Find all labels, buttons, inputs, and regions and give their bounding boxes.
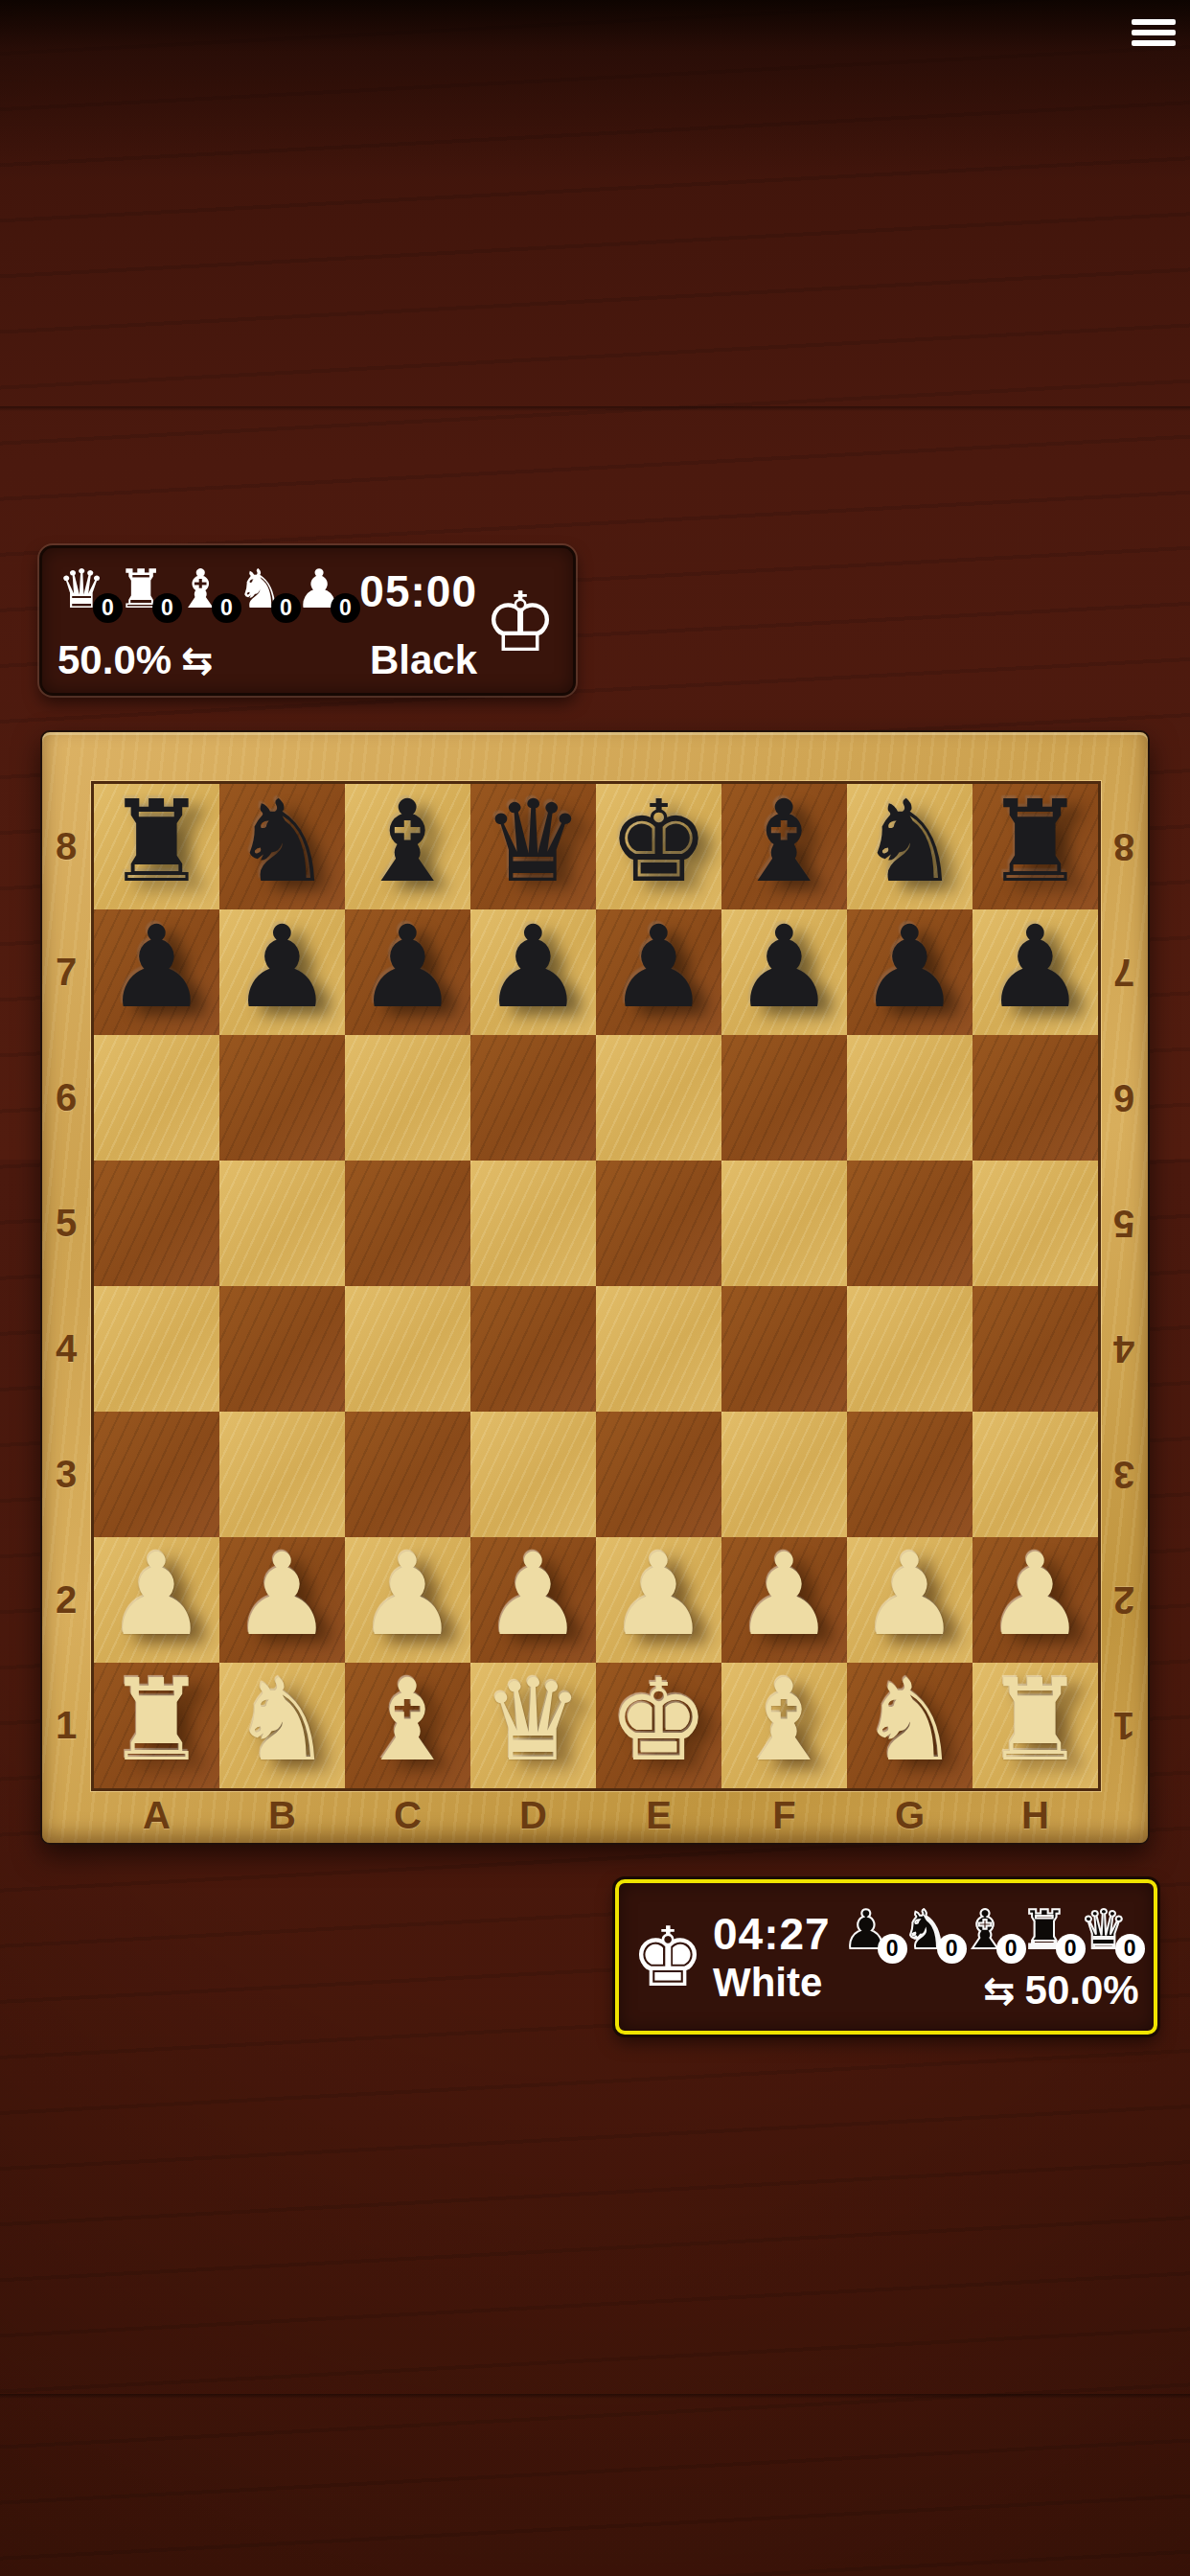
square-g6[interactable]	[847, 1035, 973, 1161]
square-e7[interactable]: ♟	[596, 909, 721, 1035]
white-rook[interactable]: ♜	[106, 1664, 208, 1777]
black-pawn[interactable]: ♟	[232, 910, 333, 1023]
square-d6[interactable]	[470, 1035, 596, 1161]
white-pawn[interactable]: ♟	[985, 1538, 1087, 1651]
square-c2[interactable]: ♟	[345, 1537, 470, 1663]
menu-button[interactable]	[1129, 11, 1179, 54]
coordinate-label: 5	[42, 1161, 90, 1286]
square-e3[interactable]	[596, 1412, 721, 1537]
square-f8[interactable]: ♝	[721, 784, 847, 909]
coordinate-label: 1	[42, 1663, 90, 1788]
square-c8[interactable]: ♝	[345, 784, 470, 909]
square-a2[interactable]: ♟	[94, 1537, 219, 1663]
white-bishop[interactable]: ♝	[734, 1664, 835, 1777]
square-b5[interactable]	[219, 1161, 345, 1286]
square-g7[interactable]: ♟	[847, 909, 973, 1035]
board-squares: ♜♞♝♛♚♝♞♜♟♟♟♟♟♟♟♟♟♟♟♟♟♟♟♟♜♞♝♛♚♝♞♜	[91, 781, 1101, 1791]
black-clock: 05:00	[359, 565, 477, 617]
black-rook[interactable]: ♜	[985, 785, 1087, 898]
square-g4[interactable]	[847, 1286, 973, 1412]
coordinate-label: 6	[42, 1035, 90, 1161]
black-pawn[interactable]: ♟	[608, 910, 710, 1023]
coordinate-label: E	[596, 1787, 721, 1843]
square-b8[interactable]: ♞	[219, 784, 345, 909]
black-pawn[interactable]: ♟	[734, 910, 835, 1023]
white-queen[interactable]: ♛	[483, 1664, 584, 1777]
coordinate-label: 6	[1100, 1035, 1148, 1161]
square-f2[interactable]: ♟	[721, 1537, 847, 1663]
coordinate-label: A	[94, 1787, 219, 1843]
square-g1[interactable]: ♞	[847, 1663, 973, 1788]
square-a3[interactable]	[94, 1412, 219, 1537]
black-pawn[interactable]: ♟	[483, 910, 584, 1023]
square-a7[interactable]: ♟	[94, 909, 219, 1035]
square-b7[interactable]: ♟	[219, 909, 345, 1035]
square-a1[interactable]: ♜	[94, 1663, 219, 1788]
square-d5[interactable]	[470, 1161, 596, 1286]
square-g8[interactable]: ♞	[847, 784, 973, 909]
white-captured-row: ♟0♞0♝0♜0♛0	[842, 1900, 1139, 1964]
captured-pawn-counter: ♟0	[295, 560, 349, 623]
white-knight[interactable]: ♞	[859, 1664, 961, 1777]
square-f5[interactable]	[721, 1161, 847, 1286]
square-g2[interactable]: ♟	[847, 1537, 973, 1663]
black-pawn[interactable]: ♟	[859, 910, 961, 1023]
square-f4[interactable]	[721, 1286, 847, 1412]
white-king[interactable]: ♚	[608, 1664, 710, 1777]
captured-count-badge: 0	[1115, 1934, 1145, 1964]
rank-labels-left: 87654321	[42, 784, 90, 1788]
white-king-icon: ♚	[634, 1909, 701, 2005]
chess-board: 87654321 87654321 ABCDEFGH ♜♞♝♛♚♝♞♜♟♟♟♟♟…	[40, 730, 1150, 1845]
square-e5[interactable]	[596, 1161, 721, 1286]
coordinate-label: 4	[42, 1286, 90, 1412]
swap-arrows-icon: ⇆	[181, 641, 214, 679]
coordinate-label: 8	[1100, 784, 1148, 909]
white-knight[interactable]: ♞	[232, 1664, 333, 1777]
black-pawn[interactable]: ♟	[985, 910, 1087, 1023]
coordinate-label: B	[219, 1787, 345, 1843]
coordinate-label: 8	[42, 784, 90, 909]
file-labels-bottom: ABCDEFGH	[94, 1787, 1098, 1843]
white-player-panel: ♚ 04:27 White ♟0♞0♝0♜0♛0 ⇆ 50.0%	[615, 1879, 1157, 2035]
coordinate-label: 3	[1100, 1412, 1148, 1537]
square-h4[interactable]	[973, 1286, 1098, 1412]
white-clock: 04:27	[713, 1908, 831, 1960]
wood-plank-line	[0, 2394, 1190, 2399]
square-h5[interactable]	[973, 1161, 1098, 1286]
square-e8[interactable]: ♚	[596, 784, 721, 909]
coordinate-label: 2	[1100, 1537, 1148, 1663]
white-pawn[interactable]: ♟	[483, 1538, 584, 1651]
white-player-name: White	[713, 1960, 831, 2006]
captured-queen-counter: ♛0	[57, 560, 111, 623]
square-f1[interactable]: ♝	[721, 1663, 847, 1788]
square-h1[interactable]: ♜	[973, 1663, 1098, 1788]
square-h2[interactable]: ♟	[973, 1537, 1098, 1663]
square-b2[interactable]: ♟	[219, 1537, 345, 1663]
hamburger-icon	[1132, 30, 1176, 35]
captured-bishop-counter: ♝0	[176, 560, 230, 623]
square-b1[interactable]: ♞	[219, 1663, 345, 1788]
black-knight[interactable]: ♞	[859, 785, 961, 898]
black-win-percent: 50.0%	[57, 637, 172, 683]
square-f7[interactable]: ♟	[721, 909, 847, 1035]
square-h7[interactable]: ♟	[973, 909, 1098, 1035]
coordinate-label: 5	[1100, 1161, 1148, 1286]
square-e6[interactable]	[596, 1035, 721, 1161]
white-pawn[interactable]: ♟	[106, 1538, 208, 1651]
white-win-percent: 50.0%	[1025, 1967, 1139, 2013]
black-pawn[interactable]: ♟	[106, 910, 208, 1023]
swap-arrows-icon: ⇆	[983, 1971, 1016, 2010]
square-c7[interactable]: ♟	[345, 909, 470, 1035]
square-b6[interactable]	[219, 1035, 345, 1161]
square-e4[interactable]	[596, 1286, 721, 1412]
coordinate-label: 2	[42, 1537, 90, 1663]
square-c5[interactable]	[345, 1161, 470, 1286]
coordinate-label: 3	[42, 1412, 90, 1537]
square-e1[interactable]: ♚	[596, 1663, 721, 1788]
black-player-panel: ♛0♜0♝0♞0♟0 05:00 50.0% ⇆ Black ♔	[39, 545, 576, 696]
black-pawn[interactable]: ♟	[357, 910, 459, 1023]
coordinate-label: H	[973, 1787, 1098, 1843]
black-queen[interactable]: ♛	[483, 785, 584, 898]
square-b3[interactable]	[219, 1412, 345, 1537]
coordinate-label: C	[345, 1787, 470, 1843]
square-h6[interactable]	[973, 1035, 1098, 1161]
square-a5[interactable]	[94, 1161, 219, 1286]
square-a4[interactable]	[94, 1286, 219, 1412]
black-rook[interactable]: ♜	[106, 785, 208, 898]
black-bishop[interactable]: ♝	[734, 785, 835, 898]
captured-rook-counter: ♜0	[1020, 1900, 1074, 1964]
square-h8[interactable]: ♜	[973, 784, 1098, 909]
white-pawn[interactable]: ♟	[357, 1538, 459, 1651]
black-bishop[interactable]: ♝	[357, 785, 459, 898]
square-d1[interactable]: ♛	[470, 1663, 596, 1788]
captured-knight-counter: ♞0	[236, 560, 289, 623]
captured-queen-counter: ♛0	[1080, 1900, 1133, 1964]
coordinate-label: D	[470, 1787, 596, 1843]
square-f3[interactable]	[721, 1412, 847, 1537]
square-c6[interactable]	[345, 1035, 470, 1161]
square-d2[interactable]: ♟	[470, 1537, 596, 1663]
black-captured-row: ♛0♜0♝0♞0♟0 05:00	[57, 560, 477, 623]
white-pawn[interactable]: ♟	[608, 1538, 710, 1651]
square-a8[interactable]: ♜	[94, 784, 219, 909]
coordinate-label: 4	[1100, 1286, 1148, 1412]
captured-count-badge: 0	[331, 593, 360, 623]
hamburger-icon	[1132, 19, 1176, 25]
coordinate-label: 7	[42, 909, 90, 1035]
captured-rook-counter: ♜0	[117, 560, 171, 623]
white-rook[interactable]: ♜	[985, 1664, 1087, 1777]
square-e2[interactable]: ♟	[596, 1537, 721, 1663]
square-d7[interactable]: ♟	[470, 909, 596, 1035]
white-pawn[interactable]: ♟	[859, 1538, 961, 1651]
hamburger-icon	[1132, 40, 1176, 46]
captured-knight-counter: ♞0	[902, 1900, 955, 1964]
black-king-icon: ♔	[483, 560, 558, 683]
square-c1[interactable]: ♝	[345, 1663, 470, 1788]
white-bishop[interactable]: ♝	[357, 1664, 459, 1777]
square-b4[interactable]	[219, 1286, 345, 1412]
square-g3[interactable]	[847, 1412, 973, 1537]
wood-plank-line	[0, 406, 1190, 411]
captured-pawn-counter: ♟0	[842, 1900, 896, 1964]
square-h3[interactable]	[973, 1412, 1098, 1537]
square-f6[interactable]	[721, 1035, 847, 1161]
square-d3[interactable]	[470, 1412, 596, 1537]
white-pawn[interactable]: ♟	[734, 1538, 835, 1651]
white-pawn[interactable]: ♟	[232, 1538, 333, 1651]
black-knight[interactable]: ♞	[232, 785, 333, 898]
square-g5[interactable]	[847, 1161, 973, 1286]
square-d4[interactable]	[470, 1286, 596, 1412]
square-c4[interactable]	[345, 1286, 470, 1412]
black-player-name: Black	[370, 637, 477, 683]
square-d8[interactable]: ♛	[470, 784, 596, 909]
coordinate-label: 7	[1100, 909, 1148, 1035]
coordinate-label: F	[721, 1787, 847, 1843]
coordinate-label: 1	[1100, 1663, 1148, 1788]
rank-labels-right: 87654321	[1100, 784, 1148, 1788]
black-king[interactable]: ♚	[608, 785, 710, 898]
square-c3[interactable]	[345, 1412, 470, 1537]
square-a6[interactable]	[94, 1035, 219, 1161]
captured-bishop-counter: ♝0	[961, 1900, 1015, 1964]
coordinate-label: G	[847, 1787, 973, 1843]
